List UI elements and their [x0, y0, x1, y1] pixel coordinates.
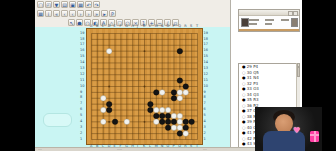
- prev-10-icon[interactable]: ‹: [61, 10, 68, 17]
- coord-label-top: S: [190, 25, 192, 29]
- coord-label-left: 10: [80, 85, 84, 89]
- black-stone[interactable]: [159, 119, 165, 125]
- coord-label-top: D: [108, 25, 111, 29]
- info-window-footer: [239, 29, 299, 31]
- print-icon[interactable]: ▤: [61, 1, 68, 8]
- star-point: [144, 86, 146, 88]
- next-move-icon[interactable]: ›: [77, 10, 84, 17]
- white-stone[interactable]: [124, 119, 130, 125]
- black-stone[interactable]: [171, 119, 177, 125]
- white-stone[interactable]: [177, 125, 183, 131]
- white-stone[interactable]: [101, 119, 107, 125]
- coord-label-right: 15: [204, 55, 208, 59]
- game-date-text: [265, 23, 272, 25]
- white-stone[interactable]: [165, 107, 171, 113]
- coord-label-top: F: [119, 25, 121, 29]
- board-icon[interactable]: ▦: [37, 10, 44, 17]
- white-stone[interactable]: [177, 96, 183, 102]
- white-stone[interactable]: [159, 90, 165, 96]
- game-info-window[interactable]: [238, 9, 300, 32]
- black-stone[interactable]: [165, 119, 171, 125]
- coord-label-left: 18: [80, 38, 84, 42]
- white-stone[interactable]: [101, 107, 107, 113]
- white-stone[interactable]: [101, 96, 107, 102]
- app-watermark: [43, 113, 72, 127]
- coord-label-top: N: [161, 25, 164, 29]
- black-stone[interactable]: [171, 90, 177, 96]
- copy-icon[interactable]: ▣: [69, 1, 76, 8]
- coord-label-right: 7: [204, 102, 206, 106]
- move-label: 33 O3: [246, 86, 259, 91]
- coord-label-top: Q: [178, 25, 181, 29]
- white-stone[interactable]: [183, 90, 189, 96]
- coord-label-left: 17: [80, 43, 84, 47]
- coord-label-top: T: [196, 25, 198, 29]
- black-stone[interactable]: [177, 48, 183, 54]
- coord-label-left: 13: [80, 67, 84, 71]
- coord-label-right: 11: [204, 79, 208, 83]
- white-stone[interactable]: [154, 119, 160, 125]
- webcam-video[interactable]: ♥: [255, 107, 322, 151]
- black-stone[interactable]: [165, 125, 171, 131]
- last-move-icon[interactable]: »: [93, 10, 100, 17]
- black-stone[interactable]: [183, 119, 189, 125]
- coord-label-right: 19: [204, 32, 208, 36]
- coord-label-top: C: [102, 25, 104, 29]
- first-move-icon[interactable]: «: [53, 10, 60, 17]
- white-player-name: [281, 19, 289, 21]
- prev-move-icon[interactable]: ‹: [69, 10, 76, 17]
- players-info: [239, 16, 299, 29]
- coord-label-top: E: [114, 25, 116, 29]
- coord-label-top: P: [172, 25, 174, 29]
- coord-label-top: L: [149, 25, 151, 29]
- coord-label-top: K: [143, 25, 145, 29]
- coord-label-left: 3: [80, 126, 82, 130]
- black-player-rank: [249, 23, 257, 25]
- status-text-left: ···: [38, 147, 42, 151]
- coord-label-left: 16: [80, 49, 84, 53]
- coord-label-top: R: [184, 25, 186, 29]
- toolbar-row-navigation: ▦i«‹‹››»▸P: [37, 10, 116, 17]
- undo-icon[interactable]: ↶: [85, 1, 92, 8]
- black-stone[interactable]: [177, 131, 183, 137]
- black-stone[interactable]: [159, 113, 165, 119]
- black-stone[interactable]: [154, 113, 160, 119]
- star-point: [108, 86, 110, 88]
- white-stone[interactable]: [177, 113, 183, 119]
- white-stone[interactable]: [171, 113, 177, 119]
- coord-label-left: 14: [80, 61, 84, 65]
- black-stone[interactable]: [106, 107, 112, 113]
- black-stone[interactable]: [148, 101, 154, 107]
- coord-label-right: 18: [204, 38, 208, 42]
- move-label: 32 P3: [246, 81, 259, 86]
- coord-label-right: 12: [204, 73, 208, 77]
- black-player-name: [249, 19, 259, 21]
- coord-label-top: M: [155, 25, 158, 29]
- coord-label-right: 6: [204, 108, 206, 112]
- coord-label-right: 3: [204, 126, 206, 130]
- select-tool-icon[interactable]: ↖: [68, 19, 75, 26]
- move-label: 30 Q5: [246, 70, 259, 75]
- black-stone[interactable]: [183, 125, 189, 131]
- scrollbar-thumb[interactable]: [297, 67, 300, 77]
- screen: ▢◰▼▤▣▦↶↷ ▦i«‹‹››»▸P ↖●○◐A△□○×1+−/▫ AA191…: [0, 0, 336, 151]
- star-point: [144, 121, 146, 123]
- coord-label-left: 9: [80, 91, 82, 95]
- black-stone[interactable]: [112, 119, 118, 125]
- coord-label-top: O: [167, 25, 170, 29]
- coord-label-left: 8: [80, 96, 82, 100]
- coord-label-right: 8: [204, 96, 206, 100]
- white-stone[interactable]: [154, 107, 160, 113]
- coord-label-left: 15: [80, 55, 84, 59]
- coord-label-top: G: [125, 25, 128, 29]
- status-text-right: ···: [203, 147, 207, 151]
- coord-label-right: 17: [204, 43, 208, 47]
- black-stone[interactable]: [177, 78, 183, 84]
- paste-icon[interactable]: ▦: [77, 1, 84, 8]
- coord-label-left: 6: [80, 108, 82, 112]
- coord-label-left: 12: [80, 73, 84, 77]
- coord-label-top: H: [131, 25, 134, 29]
- pass-icon[interactable]: P: [109, 10, 116, 17]
- coord-label-right: 13: [204, 67, 208, 71]
- move-label: 35 R3: [246, 97, 259, 102]
- coord-label-right: 16: [204, 49, 208, 53]
- game-result-text: [265, 19, 274, 21]
- coord-label-left: 2: [80, 132, 82, 136]
- white-stone[interactable]: [177, 90, 183, 96]
- black-stone-tool-icon[interactable]: ●: [76, 19, 83, 26]
- white-stone[interactable]: [183, 131, 189, 137]
- coord-label-right: 5: [204, 114, 206, 118]
- black-stone[interactable]: [106, 101, 112, 107]
- coord-label-top: B: [96, 25, 98, 29]
- white-stone[interactable]: [106, 48, 112, 54]
- new-file-icon[interactable]: ▢: [37, 1, 44, 8]
- black-stone[interactable]: [171, 96, 177, 102]
- star-point: [108, 121, 110, 123]
- coord-label-top: J: [137, 25, 138, 29]
- coord-label-left: 19: [80, 32, 84, 36]
- coord-label-left: 4: [80, 120, 82, 124]
- black-stone[interactable]: [154, 90, 160, 96]
- save-icon[interactable]: ▼: [53, 1, 60, 8]
- gift-icon[interactable]: [310, 131, 319, 142]
- black-stone[interactable]: [165, 113, 171, 119]
- coord-label-left: 1: [80, 138, 82, 142]
- move-label: 31 N4: [246, 75, 259, 80]
- toolbar-row-file: ▢◰▼▤▣▦↶↷: [37, 1, 100, 8]
- white-stone[interactable]: [171, 125, 177, 131]
- coord-label-right: 9: [204, 91, 206, 95]
- white-stone[interactable]: [159, 107, 165, 113]
- redo-icon[interactable]: ↷: [93, 1, 100, 8]
- coord-label-right: 14: [204, 61, 208, 65]
- black-stone[interactable]: [189, 119, 195, 125]
- black-stone[interactable]: [148, 107, 154, 113]
- play-icon[interactable]: ▸: [101, 10, 108, 17]
- next-10-icon[interactable]: ›: [85, 10, 92, 17]
- coord-label-right: 10: [204, 85, 208, 89]
- white-player-avatar: [291, 18, 298, 27]
- coord-label-right: 2: [204, 132, 206, 136]
- black-player-avatar: [241, 18, 249, 27]
- coord-label-top: A: [90, 25, 92, 29]
- status-text-middle: ····: [117, 147, 122, 151]
- open-file-icon[interactable]: ◰: [45, 1, 52, 8]
- heart-reaction-icon: ♥: [293, 126, 300, 135]
- coord-label-right: 1: [204, 138, 206, 142]
- coord-label-left: 11: [80, 79, 84, 83]
- coord-label-right: 4: [204, 120, 206, 124]
- coord-label-left: 5: [80, 114, 82, 118]
- coord-label-left: 7: [80, 102, 82, 106]
- star-point: [179, 86, 181, 88]
- go-board[interactable]: [87, 29, 202, 144]
- white-stone[interactable]: [177, 119, 183, 125]
- star-point: [144, 50, 146, 52]
- move-label: 34 Q3: [246, 92, 259, 97]
- info-icon[interactable]: i: [45, 10, 52, 17]
- move-label: 29 P4: [246, 64, 259, 69]
- black-stone[interactable]: [183, 84, 189, 90]
